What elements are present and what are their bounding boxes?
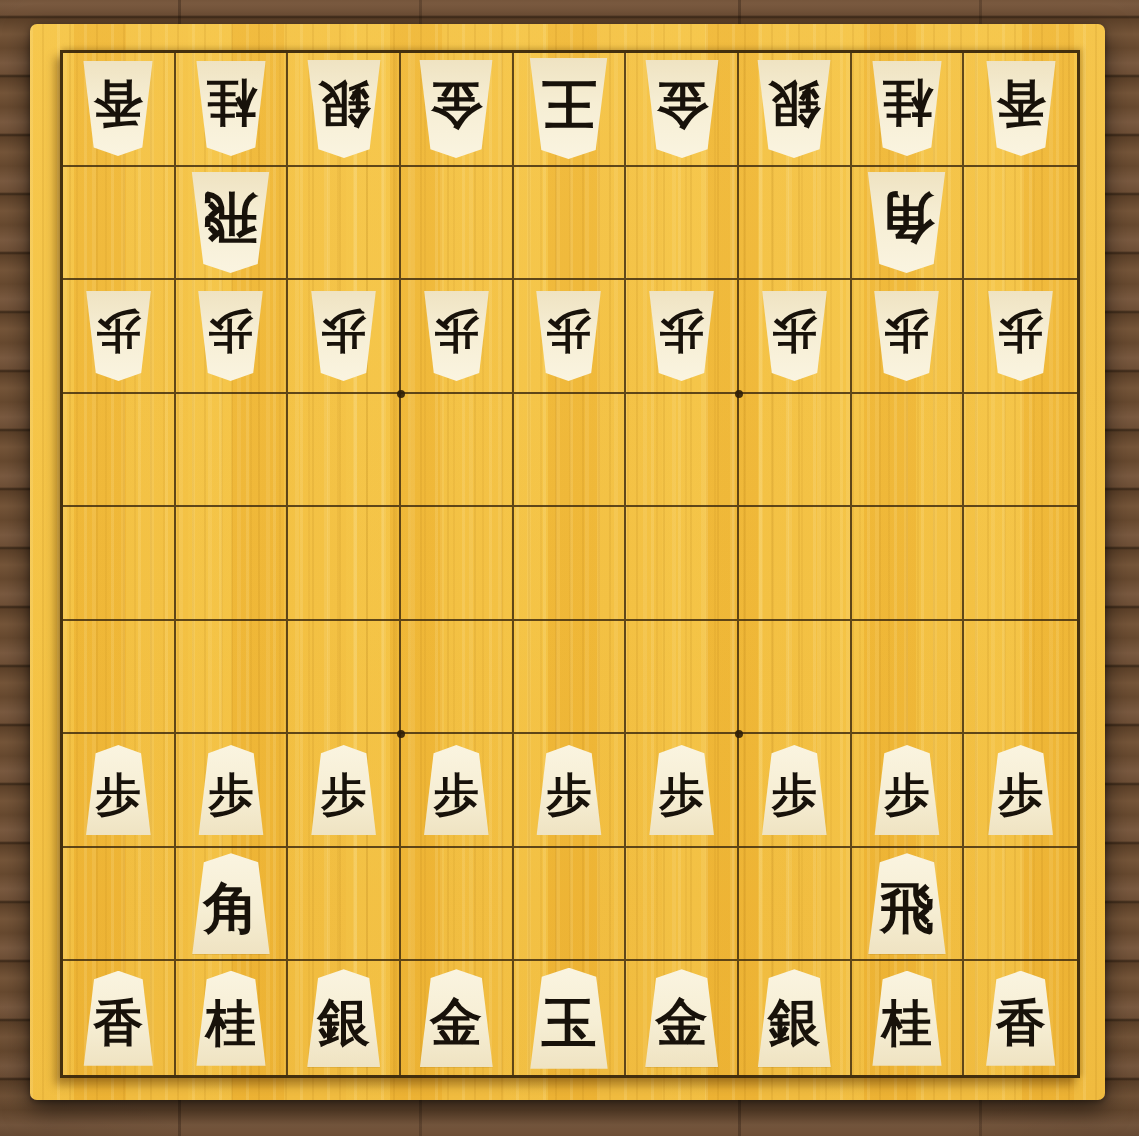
- piece-kanji: 香: [996, 79, 1046, 139]
- piece-kanji: 桂: [882, 988, 932, 1048]
- square-6h[interactable]: [401, 848, 514, 962]
- square-5d[interactable]: [514, 394, 627, 508]
- piece-silver-gote[interactable]: 銀: [304, 60, 384, 158]
- square-3a[interactable]: 銀: [739, 53, 852, 167]
- square-9i[interactable]: 香: [63, 961, 176, 1075]
- piece-pawn-sente[interactable]: 歩: [759, 745, 830, 835]
- square-8b[interactable]: 飛: [176, 167, 289, 281]
- star-point: [397, 390, 405, 398]
- square-3d[interactable]: [739, 394, 852, 508]
- square-3e[interactable]: [739, 507, 852, 621]
- square-6i[interactable]: 金: [401, 961, 514, 1075]
- square-2f[interactable]: [852, 621, 965, 735]
- square-9b[interactable]: [63, 167, 176, 281]
- piece-kanji: 銀: [768, 987, 820, 1049]
- piece-kanji: 歩: [208, 308, 253, 363]
- piece-lance-gote[interactable]: 香: [983, 61, 1059, 156]
- wooden-table-background: 香桂銀金王金銀桂香飛角歩歩歩歩歩歩歩歩歩歩歩歩歩歩歩歩歩歩角飛香桂銀金玉金銀桂香: [0, 0, 1139, 1136]
- piece-kanji: 桂: [882, 79, 932, 139]
- square-1e[interactable]: [964, 507, 1077, 621]
- square-4c[interactable]: 歩: [626, 280, 739, 394]
- piece-kanji: 歩: [772, 763, 817, 818]
- square-4a[interactable]: 金: [626, 53, 739, 167]
- piece-kanji: 王: [541, 76, 596, 141]
- piece-pawn-gote[interactable]: 歩: [985, 291, 1056, 381]
- piece-rook-gote[interactable]: 飛: [188, 172, 273, 273]
- piece-knight-gote[interactable]: 桂: [193, 61, 269, 156]
- piece-bishop-sente[interactable]: 角: [188, 853, 273, 954]
- piece-lance-sente[interactable]: 香: [80, 971, 156, 1066]
- piece-lance-gote[interactable]: 香: [80, 61, 156, 156]
- square-4f[interactable]: [626, 621, 739, 735]
- square-1f[interactable]: [964, 621, 1077, 735]
- piece-kanji: 歩: [998, 763, 1043, 818]
- square-3c[interactable]: 歩: [739, 280, 852, 394]
- piece-kanji: 玉: [541, 986, 596, 1051]
- square-4b[interactable]: [626, 167, 739, 281]
- star-point: [735, 730, 743, 738]
- piece-kanji: 飛: [879, 871, 934, 936]
- square-6b[interactable]: [401, 167, 514, 281]
- piece-king-sente[interactable]: 玉: [526, 968, 611, 1069]
- piece-pawn-gote[interactable]: 歩: [533, 291, 604, 381]
- piece-pawn-sente[interactable]: 歩: [195, 745, 266, 835]
- square-7g[interactable]: 歩: [288, 734, 401, 848]
- square-7f[interactable]: [288, 621, 401, 735]
- square-8h[interactable]: 角: [176, 848, 289, 962]
- square-9f[interactable]: [63, 621, 176, 735]
- piece-pawn-gote[interactable]: 歩: [421, 291, 492, 381]
- square-3b[interactable]: [739, 167, 852, 281]
- square-2c[interactable]: 歩: [852, 280, 965, 394]
- piece-kanji: 金: [656, 78, 708, 140]
- piece-kanji: 歩: [884, 763, 929, 818]
- square-4e[interactable]: [626, 507, 739, 621]
- square-8a[interactable]: 桂: [176, 53, 289, 167]
- square-4h[interactable]: [626, 848, 739, 962]
- piece-silver-sente[interactable]: 銀: [304, 969, 384, 1067]
- piece-kanji: 歩: [208, 763, 253, 818]
- square-6c[interactable]: 歩: [401, 280, 514, 394]
- square-2g[interactable]: 歩: [852, 734, 965, 848]
- square-6g[interactable]: 歩: [401, 734, 514, 848]
- piece-kanji: 香: [996, 988, 1046, 1048]
- shogi-board: 香桂銀金王金銀桂香飛角歩歩歩歩歩歩歩歩歩歩歩歩歩歩歩歩歩歩角飛香桂銀金玉金銀桂香: [30, 24, 1105, 1100]
- star-point: [397, 730, 405, 738]
- piece-kanji: 歩: [772, 308, 817, 363]
- piece-pawn-gote[interactable]: 歩: [646, 291, 717, 381]
- piece-kanji: 金: [430, 78, 482, 140]
- piece-kanji: 銀: [318, 987, 370, 1049]
- square-2d[interactable]: [852, 394, 965, 508]
- piece-bishop-gote[interactable]: 角: [864, 172, 949, 273]
- square-5f[interactable]: [514, 621, 627, 735]
- square-1b[interactable]: [964, 167, 1077, 281]
- piece-kanji: 飛: [203, 190, 258, 255]
- square-9h[interactable]: [63, 848, 176, 962]
- piece-pawn-sente[interactable]: 歩: [871, 745, 942, 835]
- piece-rook-sente[interactable]: 飛: [864, 853, 949, 954]
- piece-kanji: 銀: [768, 78, 820, 140]
- square-1d[interactable]: [964, 394, 1077, 508]
- square-6a[interactable]: 金: [401, 53, 514, 167]
- piece-pawn-sente[interactable]: 歩: [985, 745, 1056, 835]
- square-6e[interactable]: [401, 507, 514, 621]
- piece-kanji: 歩: [96, 308, 141, 363]
- square-6d[interactable]: [401, 394, 514, 508]
- square-8g[interactable]: 歩: [176, 734, 289, 848]
- square-5i[interactable]: 玉: [514, 961, 627, 1075]
- square-5g[interactable]: 歩: [514, 734, 627, 848]
- square-3f[interactable]: [739, 621, 852, 735]
- piece-kanji: 香: [93, 79, 143, 139]
- piece-kanji: 歩: [434, 308, 479, 363]
- piece-silver-sente[interactable]: 銀: [754, 969, 834, 1067]
- piece-gold-sente[interactable]: 金: [416, 969, 496, 1067]
- piece-kanji: 歩: [659, 763, 704, 818]
- piece-pawn-gote[interactable]: 歩: [871, 291, 942, 381]
- square-3i[interactable]: 銀: [739, 961, 852, 1075]
- piece-pawn-gote[interactable]: 歩: [308, 291, 379, 381]
- square-1a[interactable]: 香: [964, 53, 1077, 167]
- piece-kanji: 金: [430, 987, 482, 1049]
- square-3g[interactable]: 歩: [739, 734, 852, 848]
- square-7b[interactable]: [288, 167, 401, 281]
- square-7i[interactable]: 銀: [288, 961, 401, 1075]
- square-9a[interactable]: 香: [63, 53, 176, 167]
- square-9g[interactable]: 歩: [63, 734, 176, 848]
- square-8e[interactable]: [176, 507, 289, 621]
- piece-silver-gote[interactable]: 銀: [754, 60, 834, 158]
- piece-kanji: 角: [879, 190, 934, 255]
- piece-pawn-gote[interactable]: 歩: [759, 291, 830, 381]
- square-9c[interactable]: 歩: [63, 280, 176, 394]
- square-4g[interactable]: 歩: [626, 734, 739, 848]
- square-7h[interactable]: [288, 848, 401, 962]
- piece-pawn-sente[interactable]: 歩: [308, 745, 379, 835]
- piece-lance-sente[interactable]: 香: [983, 971, 1059, 1066]
- square-8i[interactable]: 桂: [176, 961, 289, 1075]
- square-2a[interactable]: 桂: [852, 53, 965, 167]
- square-2h[interactable]: 飛: [852, 848, 965, 962]
- piece-kanji: 歩: [321, 763, 366, 818]
- piece-knight-gote[interactable]: 桂: [869, 61, 945, 156]
- star-point: [735, 390, 743, 398]
- square-7a[interactable]: 銀: [288, 53, 401, 167]
- square-8f[interactable]: [176, 621, 289, 735]
- square-4d[interactable]: [626, 394, 739, 508]
- square-7d[interactable]: [288, 394, 401, 508]
- square-8d[interactable]: [176, 394, 289, 508]
- square-1g[interactable]: 歩: [964, 734, 1077, 848]
- square-6f[interactable]: [401, 621, 514, 735]
- piece-kanji: 歩: [434, 763, 479, 818]
- piece-kanji: 香: [93, 988, 143, 1048]
- piece-pawn-sente[interactable]: 歩: [83, 745, 154, 835]
- square-5a[interactable]: 王: [514, 53, 627, 167]
- square-8c[interactable]: 歩: [176, 280, 289, 394]
- piece-kanji: 歩: [659, 308, 704, 363]
- square-9e[interactable]: [63, 507, 176, 621]
- piece-pawn-gote[interactable]: 歩: [83, 291, 154, 381]
- piece-pawn-gote[interactable]: 歩: [195, 291, 266, 381]
- piece-gold-gote[interactable]: 金: [416, 60, 496, 158]
- square-3h[interactable]: [739, 848, 852, 962]
- square-1c[interactable]: 歩: [964, 280, 1077, 394]
- piece-kanji: 金: [656, 987, 708, 1049]
- board-playing-field: 香桂銀金王金銀桂香飛角歩歩歩歩歩歩歩歩歩歩歩歩歩歩歩歩歩歩角飛香桂銀金玉金銀桂香: [60, 50, 1080, 1078]
- piece-pawn-sente[interactable]: 歩: [533, 745, 604, 835]
- square-7c[interactable]: 歩: [288, 280, 401, 394]
- piece-kanji: 歩: [884, 308, 929, 363]
- square-1h[interactable]: [964, 848, 1077, 962]
- square-7e[interactable]: [288, 507, 401, 621]
- piece-king-gote[interactable]: 王: [526, 58, 611, 159]
- square-5c[interactable]: 歩: [514, 280, 627, 394]
- board-grid: 香桂銀金王金銀桂香飛角歩歩歩歩歩歩歩歩歩歩歩歩歩歩歩歩歩歩角飛香桂銀金玉金銀桂香: [63, 53, 1077, 1075]
- piece-kanji: 角: [203, 871, 258, 936]
- square-4i[interactable]: 金: [626, 961, 739, 1075]
- piece-kanji: 歩: [321, 308, 366, 363]
- square-1i[interactable]: 香: [964, 961, 1077, 1075]
- piece-kanji: 歩: [998, 308, 1043, 363]
- piece-pawn-sente[interactable]: 歩: [646, 745, 717, 835]
- piece-kanji: 桂: [206, 79, 256, 139]
- piece-gold-gote[interactable]: 金: [642, 60, 722, 158]
- piece-kanji: 歩: [546, 763, 591, 818]
- square-5b[interactable]: [514, 167, 627, 281]
- square-9d[interactable]: [63, 394, 176, 508]
- piece-kanji: 歩: [96, 763, 141, 818]
- square-5e[interactable]: [514, 507, 627, 621]
- square-2i[interactable]: 桂: [852, 961, 965, 1075]
- piece-knight-sente[interactable]: 桂: [869, 971, 945, 1066]
- piece-kanji: 歩: [546, 308, 591, 363]
- square-2b[interactable]: 角: [852, 167, 965, 281]
- piece-gold-sente[interactable]: 金: [642, 969, 722, 1067]
- square-5h[interactable]: [514, 848, 627, 962]
- piece-pawn-sente[interactable]: 歩: [421, 745, 492, 835]
- piece-kanji: 桂: [206, 988, 256, 1048]
- piece-kanji: 銀: [318, 78, 370, 140]
- piece-knight-sente[interactable]: 桂: [193, 971, 269, 1066]
- square-2e[interactable]: [852, 507, 965, 621]
